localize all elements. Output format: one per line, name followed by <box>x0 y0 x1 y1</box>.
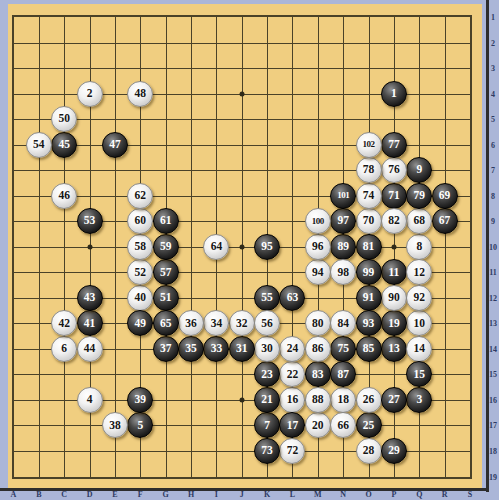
stone-black-21-K16: 21 <box>254 387 280 413</box>
stone-number: 96 <box>312 241 324 253</box>
stone-white-78-O7: 78 <box>356 157 382 183</box>
go-diagram-window: 1234567891011121314151617181920212223242… <box>0 0 499 500</box>
stone-black-45-C6: 45 <box>51 132 77 158</box>
stone-number: 102 <box>363 140 375 149</box>
row-label-14: 14 <box>489 344 497 353</box>
stone-number: 67 <box>439 215 451 227</box>
stone-white-56-K13: 56 <box>254 310 280 336</box>
stone-number: 39 <box>135 394 147 406</box>
stone-white-74-O8: 74 <box>356 183 382 209</box>
stone-black-75-N14: 75 <box>330 336 356 362</box>
stone-white-90-P12: 90 <box>381 285 407 311</box>
stone-number: 89 <box>337 241 349 253</box>
row-label-2: 2 <box>491 38 495 47</box>
stone-white-86-M14: 86 <box>305 336 331 362</box>
stone-number: 37 <box>160 343 172 355</box>
stone-number: 87 <box>337 369 349 381</box>
stone-number: 71 <box>388 190 400 202</box>
row-label-11: 11 <box>489 268 497 277</box>
stone-number: 73 <box>261 445 273 457</box>
stone-white-6-C14: 6 <box>51 336 77 362</box>
stone-white-18-N16: 18 <box>330 387 356 413</box>
stone-black-95-K10: 95 <box>254 234 280 260</box>
stone-white-2-D4: 2 <box>77 81 103 107</box>
stone-black-87-N15: 87 <box>330 361 356 387</box>
stone-white-38-E17: 38 <box>102 412 128 438</box>
grid-line-vertical <box>445 17 446 477</box>
stone-number: 55 <box>261 292 273 304</box>
stone-white-4-D16: 4 <box>77 387 103 413</box>
stone-black-89-N10: 89 <box>330 234 356 260</box>
row-label-1: 1 <box>491 13 495 22</box>
row-label-9: 9 <box>491 217 495 226</box>
star-point-D10 <box>87 244 92 249</box>
stone-white-42-C13: 42 <box>51 310 77 336</box>
stone-white-82-P9: 82 <box>381 208 407 234</box>
stone-number: 49 <box>135 318 147 330</box>
column-label-D: D <box>87 490 93 499</box>
stone-number: 33 <box>211 343 223 355</box>
stone-black-83-M15: 83 <box>305 361 331 387</box>
stone-white-32-J13: 32 <box>229 310 255 336</box>
stone-number: 23 <box>261 369 273 381</box>
stone-white-30-K14: 30 <box>254 336 280 362</box>
star-point-J4 <box>239 91 244 96</box>
stone-black-15-Q15: 15 <box>406 361 432 387</box>
stone-number: 10 <box>414 318 426 330</box>
stone-number: 92 <box>414 292 426 304</box>
row-label-19: 19 <box>489 472 497 481</box>
stone-number: 58 <box>135 241 147 253</box>
stone-number: 21 <box>261 394 273 406</box>
column-label-F: F <box>138 490 143 499</box>
grid-line-horizontal <box>14 374 470 375</box>
stone-number: 25 <box>363 420 375 432</box>
stone-black-91-O12: 91 <box>356 285 382 311</box>
column-label-L: L <box>290 490 295 499</box>
stone-number: 1 <box>391 88 397 100</box>
stone-white-8-Q10: 8 <box>406 234 432 260</box>
stone-white-66-N17: 66 <box>330 412 356 438</box>
stone-number: 53 <box>84 215 96 227</box>
stone-number: 79 <box>414 190 426 202</box>
stone-number: 60 <box>135 215 147 227</box>
stone-white-26-O16: 26 <box>356 387 382 413</box>
column-label-P: P <box>391 490 396 499</box>
stone-number: 74 <box>363 190 375 202</box>
stone-number: 46 <box>58 190 70 202</box>
stone-black-23-K15: 23 <box>254 361 280 387</box>
stone-white-102-O6: 102 <box>356 132 382 158</box>
stone-black-55-K12: 55 <box>254 285 280 311</box>
stone-number: 88 <box>312 394 324 406</box>
stone-white-46-C8: 46 <box>51 183 77 209</box>
row-label-6: 6 <box>491 140 495 149</box>
column-label-I: I <box>215 490 218 499</box>
stone-white-52-F11: 52 <box>127 259 153 285</box>
stone-white-84-N13: 84 <box>330 310 356 336</box>
stone-black-5-F17: 5 <box>127 412 153 438</box>
stone-number: 14 <box>414 343 426 355</box>
stone-number: 51 <box>160 292 172 304</box>
stone-black-101-N8: 101 <box>330 183 356 209</box>
stone-white-14-Q14: 14 <box>406 336 432 362</box>
stone-black-69-R8: 69 <box>432 183 458 209</box>
stone-number: 93 <box>363 318 375 330</box>
stone-number: 83 <box>312 369 324 381</box>
stone-number: 40 <box>135 292 147 304</box>
stone-white-22-L15: 22 <box>279 361 305 387</box>
stone-number: 8 <box>416 241 422 253</box>
stone-black-99-O11: 99 <box>356 259 382 285</box>
stone-black-37-G14: 37 <box>153 336 179 362</box>
stone-black-49-F13: 49 <box>127 310 153 336</box>
stone-black-11-P11: 11 <box>381 259 407 285</box>
stone-number: 4 <box>87 394 93 406</box>
stone-number: 48 <box>135 88 147 100</box>
stone-number: 59 <box>160 241 172 253</box>
stone-number: 32 <box>236 318 248 330</box>
stone-number: 54 <box>33 139 45 151</box>
stone-number: 56 <box>261 318 273 330</box>
stone-white-62-F8: 62 <box>127 183 153 209</box>
stone-black-77-P6: 77 <box>381 132 407 158</box>
stone-number: 85 <box>363 343 375 355</box>
column-label-G: G <box>163 490 169 499</box>
stone-number: 34 <box>211 318 223 330</box>
stone-number: 100 <box>312 217 324 226</box>
stone-white-20-M17: 20 <box>305 412 331 438</box>
row-label-13: 13 <box>489 319 497 328</box>
stone-black-85-O14: 85 <box>356 336 382 362</box>
stone-number: 50 <box>58 113 70 125</box>
stone-black-41-D13: 41 <box>77 310 103 336</box>
column-label-Q: Q <box>416 490 422 499</box>
stone-white-40-F12: 40 <box>127 285 153 311</box>
stone-number: 52 <box>135 267 147 279</box>
stone-white-54-B6: 54 <box>26 132 52 158</box>
stone-black-1-P4: 1 <box>381 81 407 107</box>
row-label-16: 16 <box>489 395 497 404</box>
stone-number: 81 <box>363 241 375 253</box>
stone-black-79-Q8: 79 <box>406 183 432 209</box>
stone-black-31-J14: 31 <box>229 336 255 362</box>
stone-white-96-M10: 96 <box>305 234 331 260</box>
stone-white-92-Q12: 92 <box>406 285 432 311</box>
stone-black-53-D9: 53 <box>77 208 103 234</box>
stone-white-64-I10: 64 <box>203 234 229 260</box>
stone-number: 15 <box>414 369 426 381</box>
stone-white-94-M11: 94 <box>305 259 331 285</box>
stone-number: 61 <box>160 215 172 227</box>
stone-white-16-L16: 16 <box>279 387 305 413</box>
stone-number: 9 <box>416 164 422 176</box>
stone-white-10-Q13: 10 <box>406 310 432 336</box>
stone-number: 70 <box>363 215 375 227</box>
stone-white-34-I13: 34 <box>203 310 229 336</box>
stone-number: 72 <box>287 445 299 457</box>
stone-number: 6 <box>61 343 67 355</box>
stone-white-36-H13: 36 <box>178 310 204 336</box>
stone-number: 82 <box>388 215 400 227</box>
stone-number: 45 <box>58 139 70 151</box>
stone-number: 12 <box>414 267 426 279</box>
stone-number: 95 <box>261 241 273 253</box>
stone-number: 24 <box>287 343 299 355</box>
stone-number: 47 <box>109 139 121 151</box>
stone-white-72-L18: 72 <box>279 438 305 464</box>
stone-number: 57 <box>160 267 172 279</box>
stone-white-24-L14: 24 <box>279 336 305 362</box>
stone-number: 65 <box>160 318 172 330</box>
stone-black-63-L12: 63 <box>279 285 305 311</box>
column-label-S: S <box>468 490 472 499</box>
stone-number: 68 <box>414 215 426 227</box>
stone-black-47-E6: 47 <box>102 132 128 158</box>
column-label-N: N <box>340 490 346 499</box>
star-point-P10 <box>391 244 396 249</box>
row-label-7: 7 <box>491 166 495 175</box>
stone-number: 77 <box>388 139 400 151</box>
stone-number: 29 <box>388 445 400 457</box>
stone-number: 80 <box>312 318 324 330</box>
stone-black-39-F16: 39 <box>127 387 153 413</box>
stone-black-67-R9: 67 <box>432 208 458 234</box>
stone-white-80-M13: 80 <box>305 310 331 336</box>
stone-number: 63 <box>287 292 299 304</box>
stone-number: 90 <box>388 292 400 304</box>
stone-white-88-M16: 88 <box>305 387 331 413</box>
stone-black-65-G13: 65 <box>153 310 179 336</box>
stone-number: 86 <box>312 343 324 355</box>
column-label-B: B <box>36 490 41 499</box>
stone-black-97-N9: 97 <box>330 208 356 234</box>
stone-number: 75 <box>337 343 349 355</box>
stone-white-100-M9: 100 <box>305 208 331 234</box>
column-label-R: R <box>442 490 448 499</box>
stone-number: 66 <box>337 420 349 432</box>
stone-number: 22 <box>287 369 299 381</box>
stone-black-9-Q7: 9 <box>406 157 432 183</box>
stone-white-12-Q11: 12 <box>406 259 432 285</box>
row-label-17: 17 <box>489 421 497 430</box>
stone-black-29-P18: 29 <box>381 438 407 464</box>
row-label-8: 8 <box>491 191 495 200</box>
stone-number: 7 <box>264 420 270 432</box>
stone-white-98-N11: 98 <box>330 259 356 285</box>
stone-number: 44 <box>84 343 96 355</box>
stone-white-28-O18: 28 <box>356 438 382 464</box>
stone-number: 43 <box>84 292 96 304</box>
stone-number: 3 <box>416 394 422 406</box>
stone-black-33-I14: 33 <box>203 336 229 362</box>
go-board[interactable]: 1234567891011121314151617181920212223242… <box>8 4 482 488</box>
stone-number: 16 <box>287 394 299 406</box>
stone-number: 94 <box>312 267 324 279</box>
row-label-4: 4 <box>491 89 495 98</box>
stone-number: 99 <box>363 267 375 279</box>
star-point-J10 <box>239 244 244 249</box>
stone-white-60-F9: 60 <box>127 208 153 234</box>
stone-number: 62 <box>135 190 147 202</box>
stone-number: 20 <box>312 420 324 432</box>
stone-black-73-K18: 73 <box>254 438 280 464</box>
stone-number: 101 <box>337 191 349 200</box>
stone-black-51-G12: 51 <box>153 285 179 311</box>
stone-number: 76 <box>388 164 400 176</box>
column-label-M: M <box>314 490 322 499</box>
column-label-O: O <box>365 490 371 499</box>
column-label-E: E <box>112 490 117 499</box>
stone-black-7-K17: 7 <box>254 412 280 438</box>
stone-white-76-P7: 76 <box>381 157 407 183</box>
column-label-H: H <box>188 490 194 499</box>
stone-white-44-D14: 44 <box>77 336 103 362</box>
stone-number: 98 <box>337 267 349 279</box>
stone-white-58-F10: 58 <box>127 234 153 260</box>
stone-black-25-O17: 25 <box>356 412 382 438</box>
column-label-A: A <box>11 490 17 499</box>
stone-number: 41 <box>84 318 96 330</box>
stone-black-59-G10: 59 <box>153 234 179 260</box>
stone-number: 2 <box>87 88 93 100</box>
stone-black-3-Q16: 3 <box>406 387 432 413</box>
stone-black-43-D12: 43 <box>77 285 103 311</box>
row-label-5: 5 <box>491 115 495 124</box>
stone-black-57-G11: 57 <box>153 259 179 285</box>
column-label-K: K <box>264 490 270 499</box>
stone-number: 42 <box>58 318 70 330</box>
stone-white-68-Q9: 68 <box>406 208 432 234</box>
row-label-10: 10 <box>489 242 497 251</box>
stone-black-35-H14: 35 <box>178 336 204 362</box>
stone-black-17-L17: 17 <box>279 412 305 438</box>
stone-black-81-O10: 81 <box>356 234 382 260</box>
star-point-J16 <box>239 397 244 402</box>
stone-number: 97 <box>337 215 349 227</box>
stone-number: 38 <box>109 420 121 432</box>
stone-number: 84 <box>337 318 349 330</box>
column-label-J: J <box>240 490 244 499</box>
stone-number: 78 <box>363 164 375 176</box>
grid-line-horizontal <box>14 425 470 426</box>
stone-number: 30 <box>261 343 273 355</box>
row-label-3: 3 <box>491 64 495 73</box>
stone-white-50-C5: 50 <box>51 106 77 132</box>
column-label-C: C <box>61 490 67 499</box>
stone-number: 36 <box>185 318 197 330</box>
stone-black-13-P14: 13 <box>381 336 407 362</box>
stone-black-61-G9: 61 <box>153 208 179 234</box>
stone-number: 17 <box>287 420 299 432</box>
stone-number: 18 <box>337 394 349 406</box>
row-label-18: 18 <box>489 447 497 456</box>
stone-number: 69 <box>439 190 451 202</box>
stone-number: 13 <box>388 343 400 355</box>
stone-number: 31 <box>236 343 248 355</box>
stone-black-93-O13: 93 <box>356 310 382 336</box>
stone-number: 64 <box>211 241 223 253</box>
row-label-15: 15 <box>489 370 497 379</box>
stone-number: 11 <box>388 267 399 279</box>
stone-black-27-P16: 27 <box>381 387 407 413</box>
stone-number: 91 <box>363 292 375 304</box>
stone-number: 5 <box>137 420 143 432</box>
stone-number: 35 <box>185 343 197 355</box>
stone-number: 27 <box>388 394 400 406</box>
stone-number: 19 <box>388 318 400 330</box>
stone-number: 28 <box>363 445 375 457</box>
stone-number: 26 <box>363 394 375 406</box>
row-label-12: 12 <box>489 293 497 302</box>
stone-black-71-P8: 71 <box>381 183 407 209</box>
stone-black-19-P13: 19 <box>381 310 407 336</box>
stone-white-48-F4: 48 <box>127 81 153 107</box>
stone-white-70-O9: 70 <box>356 208 382 234</box>
